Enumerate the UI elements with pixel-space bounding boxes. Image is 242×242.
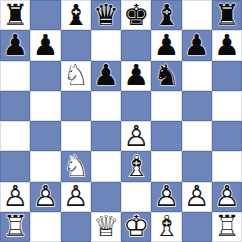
- square-e1[interactable]: ♚♔: [121, 212, 151, 242]
- square-d4[interactable]: [91, 121, 121, 151]
- square-d1[interactable]: ♛♕: [91, 212, 121, 242]
- square-d2[interactable]: [91, 182, 121, 212]
- square-e6[interactable]: ♟: [121, 61, 151, 91]
- black-bishop-icon: ♝: [61, 0, 91, 30]
- piece-white-rook[interactable]: ♜♖: [212, 212, 242, 242]
- square-c2[interactable]: ♟♙: [61, 182, 91, 212]
- square-c4[interactable]: [61, 121, 91, 151]
- square-f7[interactable]: ♟: [151, 30, 181, 60]
- square-a8[interactable]: ♜: [0, 0, 30, 30]
- square-d6[interactable]: ♟: [91, 61, 121, 91]
- square-c3[interactable]: ♞♘: [61, 151, 91, 181]
- piece-white-pawn[interactable]: ♟♙: [61, 182, 91, 212]
- piece-white-pawn[interactable]: ♟♙: [212, 182, 242, 212]
- square-e7[interactable]: [121, 30, 151, 60]
- white-queen-outline-icon: ♕: [91, 212, 121, 242]
- square-a4[interactable]: [0, 121, 30, 151]
- square-e8[interactable]: ♚: [121, 0, 151, 30]
- white-bishop-outline-icon: ♗: [121, 151, 151, 181]
- white-pawn-outline-icon: ♙: [30, 182, 60, 212]
- black-pawn-icon: ♟: [182, 30, 212, 60]
- square-f2[interactable]: ♟♙: [151, 182, 181, 212]
- square-c6[interactable]: ♞♘: [61, 61, 91, 91]
- black-pawn-icon: ♟: [121, 61, 151, 91]
- white-pawn-outline-icon: ♙: [182, 182, 212, 212]
- piece-black-pawn[interactable]: ♟: [30, 30, 60, 60]
- square-g5[interactable]: [182, 91, 212, 121]
- white-rook-outline-icon: ♖: [0, 212, 30, 242]
- white-bishop-outline-icon: ♗: [151, 212, 181, 242]
- square-c5[interactable]: [61, 91, 91, 121]
- square-g6[interactable]: [182, 61, 212, 91]
- square-h1[interactable]: ♜♖: [212, 212, 242, 242]
- square-b7[interactable]: ♟: [30, 30, 60, 60]
- square-f8[interactable]: ♝: [151, 0, 181, 30]
- square-a2[interactable]: ♟♙: [0, 182, 30, 212]
- piece-white-pawn[interactable]: ♟♙: [30, 182, 60, 212]
- square-f4[interactable]: [151, 121, 181, 151]
- black-pawn-icon: ♟: [0, 30, 30, 60]
- square-h2[interactable]: ♟♙: [212, 182, 242, 212]
- square-h6[interactable]: [212, 61, 242, 91]
- square-b4[interactable]: [30, 121, 60, 151]
- square-b6[interactable]: [30, 61, 60, 91]
- black-pawn-icon: ♟: [151, 30, 181, 60]
- white-pawn-outline-icon: ♙: [61, 182, 91, 212]
- square-h8[interactable]: ♜: [212, 0, 242, 30]
- square-g4[interactable]: [182, 121, 212, 151]
- square-b5[interactable]: [30, 91, 60, 121]
- white-king-outline-icon: ♔: [121, 212, 151, 242]
- piece-white-bishop[interactable]: ♝♗: [151, 212, 181, 242]
- piece-white-bishop[interactable]: ♝♗: [121, 151, 151, 181]
- square-a1[interactable]: ♜♖: [0, 212, 30, 242]
- black-queen-icon: ♛: [91, 0, 121, 30]
- piece-white-pawn[interactable]: ♟♙: [0, 182, 30, 212]
- square-g7[interactable]: ♟: [182, 30, 212, 60]
- piece-black-pawn[interactable]: ♟: [182, 30, 212, 60]
- square-b2[interactable]: ♟♙: [30, 182, 60, 212]
- piece-black-bishop[interactable]: ♝: [151, 0, 181, 30]
- black-pawn-icon: ♟: [30, 30, 60, 60]
- piece-white-king[interactable]: ♚♔: [121, 212, 151, 242]
- white-rook-outline-icon: ♖: [212, 212, 242, 242]
- black-rook-icon: ♜: [0, 0, 30, 30]
- square-e3[interactable]: ♝♗: [121, 151, 151, 181]
- piece-black-bishop[interactable]: ♝: [61, 0, 91, 30]
- square-d8[interactable]: ♛: [91, 0, 121, 30]
- piece-white-queen[interactable]: ♛♕: [91, 212, 121, 242]
- black-bishop-icon: ♝: [151, 0, 181, 30]
- piece-black-pawn[interactable]: ♟: [121, 61, 151, 91]
- piece-white-rook[interactable]: ♜♖: [0, 212, 30, 242]
- piece-black-pawn[interactable]: ♟: [151, 30, 181, 60]
- square-f5[interactable]: [151, 91, 181, 121]
- square-a7[interactable]: ♟: [0, 30, 30, 60]
- square-c1[interactable]: [61, 212, 91, 242]
- square-d7[interactable]: [91, 30, 121, 60]
- square-h3[interactable]: [212, 151, 242, 181]
- square-c8[interactable]: ♝: [61, 0, 91, 30]
- square-g8[interactable]: [182, 0, 212, 30]
- square-h7[interactable]: ♟: [212, 30, 242, 60]
- piece-black-knight[interactable]: ♞: [151, 61, 181, 91]
- piece-white-pawn[interactable]: ♟♙: [182, 182, 212, 212]
- piece-white-pawn[interactable]: ♟♙: [121, 121, 151, 151]
- white-pawn-outline-icon: ♙: [0, 182, 30, 212]
- square-g3[interactable]: [182, 151, 212, 181]
- black-king-icon: ♚: [121, 0, 151, 30]
- white-pawn-outline-icon: ♙: [212, 182, 242, 212]
- piece-black-rook[interactable]: ♜: [212, 0, 242, 30]
- square-d3[interactable]: [91, 151, 121, 181]
- black-pawn-icon: ♟: [91, 61, 121, 91]
- black-rook-icon: ♜: [212, 0, 242, 30]
- piece-black-king[interactable]: ♚: [121, 0, 151, 30]
- square-b3[interactable]: [30, 151, 60, 181]
- piece-black-pawn[interactable]: ♟: [91, 61, 121, 91]
- chess-board: ♜♝♛♚♝♜♟♟♟♟♟♞♘♟♟♞♟♙♞♘♝♗♟♙♟♙♟♙♟♙♟♙♟♙♜♖♛♕♚♔…: [0, 0, 242, 242]
- piece-black-rook[interactable]: ♜: [0, 0, 30, 30]
- piece-black-pawn[interactable]: ♟: [212, 30, 242, 60]
- piece-black-pawn[interactable]: ♟: [0, 30, 30, 60]
- piece-white-pawn[interactable]: ♟♙: [151, 182, 181, 212]
- black-pawn-icon: ♟: [212, 30, 242, 60]
- square-d5[interactable]: [91, 91, 121, 121]
- square-f3[interactable]: [151, 151, 181, 181]
- piece-white-knight[interactable]: ♞♘: [61, 61, 91, 91]
- chess-board-container: ♜♝♛♚♝♜♟♟♟♟♟♞♘♟♟♞♟♙♞♘♝♗♟♙♟♙♟♙♟♙♟♙♟♙♜♖♛♕♚♔…: [0, 0, 242, 242]
- square-c7[interactable]: [61, 30, 91, 60]
- square-a3[interactable]: [0, 151, 30, 181]
- square-e5[interactable]: [121, 91, 151, 121]
- square-b8[interactable]: [30, 0, 60, 30]
- square-a5[interactable]: [0, 91, 30, 121]
- white-knight-outline-icon: ♘: [61, 151, 91, 181]
- piece-black-queen[interactable]: ♛: [91, 0, 121, 30]
- square-g1[interactable]: [182, 212, 212, 242]
- white-pawn-outline-icon: ♙: [151, 182, 181, 212]
- square-b1[interactable]: [30, 212, 60, 242]
- square-f1[interactable]: ♝♗: [151, 212, 181, 242]
- square-h5[interactable]: [212, 91, 242, 121]
- square-g2[interactable]: ♟♙: [182, 182, 212, 212]
- white-knight-outline-icon: ♘: [61, 61, 91, 91]
- white-pawn-outline-icon: ♙: [121, 121, 151, 151]
- square-a6[interactable]: [0, 61, 30, 91]
- square-h4[interactable]: [212, 121, 242, 151]
- piece-white-knight[interactable]: ♞♘: [61, 151, 91, 181]
- black-knight-icon: ♞: [151, 61, 181, 91]
- square-e4[interactable]: ♟♙: [121, 121, 151, 151]
- square-f6[interactable]: ♞: [151, 61, 181, 91]
- square-e2[interactable]: [121, 182, 151, 212]
